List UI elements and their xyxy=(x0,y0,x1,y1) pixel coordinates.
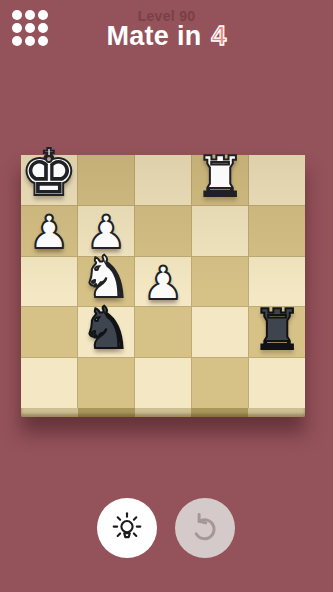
chess-piece-bN-b2[interactable]: ♞ xyxy=(80,302,132,355)
board-square[interactable]: ♚ xyxy=(21,155,77,205)
board-square[interactable] xyxy=(21,307,77,357)
board-square[interactable]: ♟ xyxy=(21,206,77,256)
lightbulb-icon xyxy=(106,507,148,549)
board-square[interactable] xyxy=(78,358,134,408)
chess-piece-wP-c3[interactable]: ♟ xyxy=(142,262,183,304)
page-title: Mate in 4 xyxy=(0,21,333,52)
chess-piece-wK-a5[interactable]: ♚ xyxy=(20,144,77,203)
board-square[interactable]: ♟ xyxy=(135,257,191,307)
board-square[interactable] xyxy=(78,155,134,205)
mate-in-number: 4 xyxy=(209,21,226,51)
chess-piece-wR-d5[interactable]: ♜ xyxy=(195,151,245,203)
board-square[interactable] xyxy=(192,206,248,256)
app-screen: Level 90 Mate in 4 ♚♜♟♟♞♟♞♜ xyxy=(0,0,333,592)
board-square[interactable]: ♞ xyxy=(78,307,134,357)
board-square[interactable] xyxy=(249,206,305,256)
chess-piece-bR-e2[interactable]: ♜ xyxy=(252,304,302,356)
chess-piece-wP-a4[interactable]: ♟ xyxy=(28,211,69,253)
board-square[interactable] xyxy=(192,257,248,307)
board-square[interactable] xyxy=(21,358,77,408)
hint-button[interactable] xyxy=(97,498,157,558)
mate-in-text: Mate in xyxy=(106,21,209,51)
board-square[interactable] xyxy=(192,307,248,357)
undo-arrow-icon xyxy=(183,506,227,550)
undo-button[interactable] xyxy=(175,498,235,558)
board-front-edge xyxy=(21,408,305,417)
board: ♚♜♟♟♞♟♞♜ xyxy=(21,155,305,408)
board-square[interactable] xyxy=(192,358,248,408)
chess-board-wrap: ♚♜♟♟♞♟♞♜ xyxy=(21,155,305,417)
board-square[interactable] xyxy=(249,358,305,408)
board-square[interactable] xyxy=(135,307,191,357)
board-square[interactable]: ♜ xyxy=(192,155,248,205)
board-square[interactable] xyxy=(21,257,77,307)
board-square[interactable]: ♜ xyxy=(249,307,305,357)
board-square[interactable] xyxy=(135,358,191,408)
board-square[interactable] xyxy=(135,206,191,256)
board-square[interactable] xyxy=(249,155,305,205)
board-square[interactable] xyxy=(135,155,191,205)
